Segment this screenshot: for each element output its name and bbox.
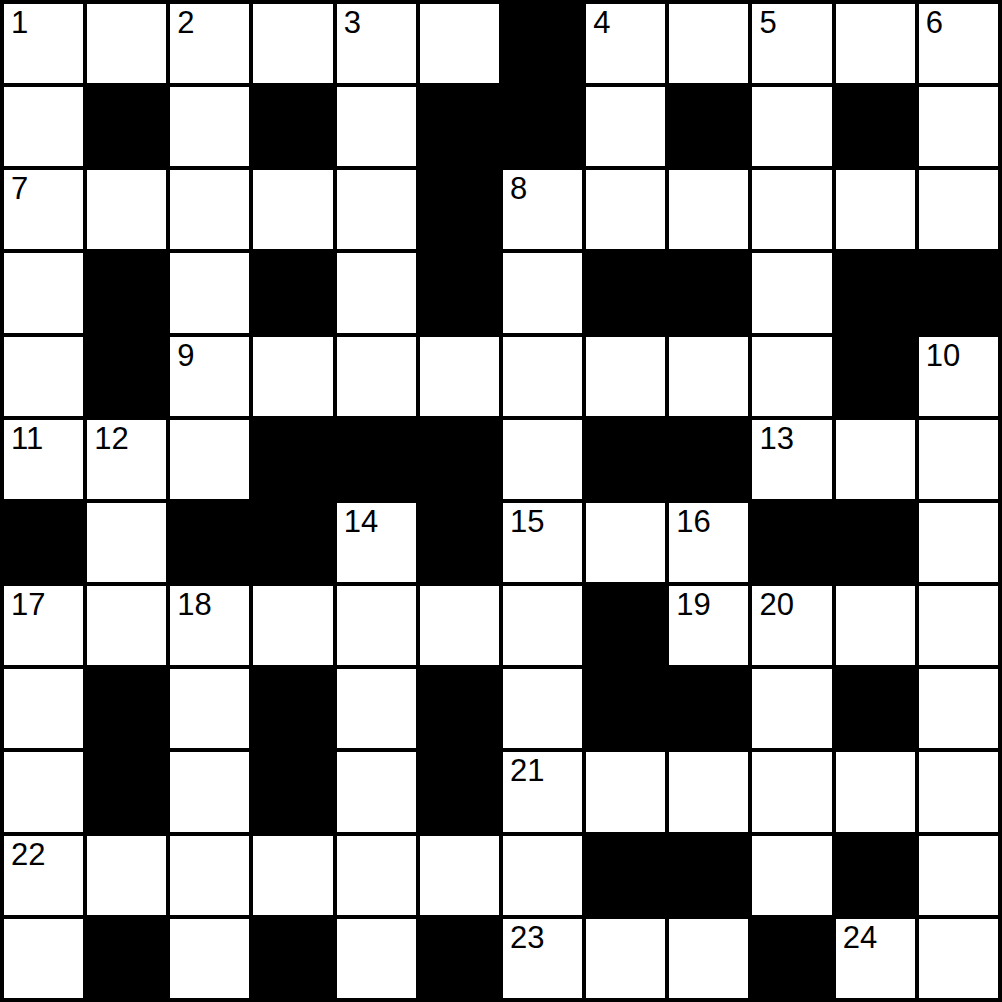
- block-r3c10: [836, 253, 915, 332]
- cell-r1c4[interactable]: [337, 87, 416, 166]
- block-r4c10: [836, 337, 915, 416]
- cell-r11c8[interactable]: [669, 919, 748, 998]
- cell-r3c6[interactable]: [503, 253, 582, 332]
- cell-r7c2[interactable]: 18: [170, 586, 249, 665]
- cell-r7c11[interactable]: [919, 586, 998, 665]
- block-r3c7: [586, 253, 665, 332]
- cell-r2c1[interactable]: [87, 170, 166, 249]
- cell-r3c2[interactable]: [170, 253, 249, 332]
- block-r1c1: [87, 87, 166, 166]
- block-r3c1: [87, 253, 166, 332]
- cell-r0c1[interactable]: [87, 4, 166, 83]
- cell-r0c7[interactable]: 4: [586, 4, 665, 83]
- cell-r5c10[interactable]: [836, 420, 915, 499]
- block-r10c10: [836, 836, 915, 915]
- block-r8c7: [586, 669, 665, 748]
- cell-r2c3[interactable]: [253, 170, 332, 249]
- cell-r7c0[interactable]: 17: [4, 586, 83, 665]
- cell-r8c11[interactable]: [919, 669, 998, 748]
- block-r3c5: [420, 253, 499, 332]
- cell-r3c0[interactable]: [4, 253, 83, 332]
- clue-number-9: 9: [177, 340, 194, 371]
- block-r9c1: [87, 752, 166, 831]
- clue-number-19: 19: [676, 589, 710, 620]
- cell-r10c5[interactable]: [420, 836, 499, 915]
- cell-r4c6[interactable]: [503, 337, 582, 416]
- block-r5c8: [669, 420, 748, 499]
- block-r5c5: [420, 420, 499, 499]
- block-r6c9: [752, 503, 831, 582]
- cell-r10c6[interactable]: [503, 836, 582, 915]
- cell-r11c7[interactable]: [586, 919, 665, 998]
- cell-r2c4[interactable]: [337, 170, 416, 249]
- clue-number-14: 14: [344, 506, 378, 537]
- clue-number-11: 11: [11, 423, 43, 454]
- cell-r1c9[interactable]: [752, 87, 831, 166]
- cell-r10c4[interactable]: [337, 836, 416, 915]
- cell-r8c0[interactable]: [4, 669, 83, 748]
- cell-r10c1[interactable]: [87, 836, 166, 915]
- block-r10c8: [669, 836, 748, 915]
- cell-r4c3[interactable]: [253, 337, 332, 416]
- block-r4c1: [87, 337, 166, 416]
- clue-number-2: 2: [177, 7, 194, 38]
- clue-number-16: 16: [676, 506, 710, 537]
- cell-r8c2[interactable]: [170, 669, 249, 748]
- cell-r7c1[interactable]: [87, 586, 166, 665]
- cell-r1c11[interactable]: [919, 87, 998, 166]
- cell-r9c6[interactable]: 21: [503, 752, 582, 831]
- cell-r5c2[interactable]: [170, 420, 249, 499]
- clue-number-8: 8: [510, 173, 527, 204]
- cell-r1c2[interactable]: [170, 87, 249, 166]
- cell-r0c8[interactable]: [669, 4, 748, 83]
- cell-r11c11[interactable]: [919, 919, 998, 998]
- cell-r10c0[interactable]: 22: [4, 836, 83, 915]
- cell-r11c10[interactable]: 24: [836, 919, 915, 998]
- cell-r7c4[interactable]: [337, 586, 416, 665]
- crossword-grid: 123456789101112131415161718192021222324: [0, 0, 1002, 1002]
- block-r1c8: [669, 87, 748, 166]
- cell-r0c3[interactable]: [253, 4, 332, 83]
- cell-r5c0[interactable]: 11: [4, 420, 83, 499]
- block-r10c7: [586, 836, 665, 915]
- block-r1c10: [836, 87, 915, 166]
- block-r11c5: [420, 919, 499, 998]
- block-r7c7: [586, 586, 665, 665]
- clue-number-18: 18: [177, 589, 211, 620]
- cell-r6c1[interactable]: [87, 503, 166, 582]
- clue-number-3: 3: [344, 7, 361, 38]
- block-r6c10: [836, 503, 915, 582]
- cell-r8c4[interactable]: [337, 669, 416, 748]
- block-r5c3: [253, 420, 332, 499]
- block-r2c5: [420, 170, 499, 249]
- block-r3c8: [669, 253, 748, 332]
- block-r0c6: [503, 4, 582, 83]
- block-r9c3: [253, 752, 332, 831]
- cell-r6c8[interactable]: 16: [669, 503, 748, 582]
- cell-r9c8[interactable]: [669, 752, 748, 831]
- block-r3c11: [919, 253, 998, 332]
- cell-r2c10[interactable]: [836, 170, 915, 249]
- cell-r2c8[interactable]: [669, 170, 748, 249]
- block-r6c2: [170, 503, 249, 582]
- cell-r10c3[interactable]: [253, 836, 332, 915]
- cell-r9c7[interactable]: [586, 752, 665, 831]
- cell-r5c6[interactable]: [503, 420, 582, 499]
- block-r11c9: [752, 919, 831, 998]
- cell-r6c11[interactable]: [919, 503, 998, 582]
- block-r6c0: [4, 503, 83, 582]
- clue-number-24: 24: [843, 922, 877, 953]
- block-r8c3: [253, 669, 332, 748]
- cell-r8c6[interactable]: [503, 669, 582, 748]
- cell-r4c5[interactable]: [420, 337, 499, 416]
- cell-r0c11[interactable]: 6: [919, 4, 998, 83]
- cell-r5c11[interactable]: [919, 420, 998, 499]
- cell-r4c0[interactable]: [4, 337, 83, 416]
- block-r9c5: [420, 752, 499, 831]
- cell-r9c2[interactable]: [170, 752, 249, 831]
- clue-number-21: 21: [510, 755, 544, 786]
- cell-r0c10[interactable]: [836, 4, 915, 83]
- cell-r11c6[interactable]: 23: [503, 919, 582, 998]
- cell-r11c4[interactable]: [337, 919, 416, 998]
- clue-number-23: 23: [510, 922, 544, 953]
- cell-r7c6[interactable]: [503, 586, 582, 665]
- cell-r3c4[interactable]: [337, 253, 416, 332]
- cell-r6c6[interactable]: 15: [503, 503, 582, 582]
- cell-r0c5[interactable]: [420, 4, 499, 83]
- block-r8c5: [420, 669, 499, 748]
- cell-r4c8[interactable]: [669, 337, 748, 416]
- cell-r9c4[interactable]: [337, 752, 416, 831]
- cell-r2c0[interactable]: 7: [4, 170, 83, 249]
- cell-r2c11[interactable]: [919, 170, 998, 249]
- cell-r7c3[interactable]: [253, 586, 332, 665]
- cell-r2c6[interactable]: 8: [503, 170, 582, 249]
- clue-number-17: 17: [11, 589, 45, 620]
- cell-r9c10[interactable]: [836, 752, 915, 831]
- cell-r11c2[interactable]: [170, 919, 249, 998]
- block-r1c3: [253, 87, 332, 166]
- block-r6c3: [253, 503, 332, 582]
- block-r8c8: [669, 669, 748, 748]
- cell-r7c10[interactable]: [836, 586, 915, 665]
- block-r5c7: [586, 420, 665, 499]
- cell-r9c9[interactable]: [752, 752, 831, 831]
- clue-number-7: 7: [11, 173, 28, 204]
- clue-number-1: 1: [11, 7, 28, 38]
- cell-r0c4[interactable]: 3: [337, 4, 416, 83]
- clue-number-4: 4: [593, 7, 610, 38]
- cell-r1c0[interactable]: [4, 87, 83, 166]
- block-r1c5: [420, 87, 499, 166]
- cell-r5c1[interactable]: 12: [87, 420, 166, 499]
- block-r3c3: [253, 253, 332, 332]
- block-r11c3: [253, 919, 332, 998]
- cell-r4c4[interactable]: [337, 337, 416, 416]
- clue-number-6: 6: [926, 7, 943, 38]
- cell-r11c0[interactable]: [4, 919, 83, 998]
- clue-number-5: 5: [759, 7, 776, 38]
- block-r6c5: [420, 503, 499, 582]
- cell-r10c9[interactable]: [752, 836, 831, 915]
- cell-r2c9[interactable]: [752, 170, 831, 249]
- cell-r1c7[interactable]: [586, 87, 665, 166]
- cell-r10c11[interactable]: [919, 836, 998, 915]
- cell-r0c0[interactable]: 1: [4, 4, 83, 83]
- cell-r8c9[interactable]: [752, 669, 831, 748]
- clue-number-13: 13: [759, 423, 793, 454]
- clue-number-12: 12: [94, 423, 128, 454]
- clue-number-10: 10: [926, 340, 960, 371]
- cell-r6c4[interactable]: 14: [337, 503, 416, 582]
- block-r11c1: [87, 919, 166, 998]
- cell-r9c11[interactable]: [919, 752, 998, 831]
- cell-r2c7[interactable]: [586, 170, 665, 249]
- cell-r7c9[interactable]: 20: [752, 586, 831, 665]
- cell-r4c2[interactable]: 9: [170, 337, 249, 416]
- clue-number-22: 22: [11, 839, 45, 870]
- cell-r4c11[interactable]: 10: [919, 337, 998, 416]
- cell-r6c7[interactable]: [586, 503, 665, 582]
- block-r8c1: [87, 669, 166, 748]
- block-r8c10: [836, 669, 915, 748]
- clue-number-15: 15: [510, 506, 544, 537]
- cell-r0c2[interactable]: 2: [170, 4, 249, 83]
- cell-r9c0[interactable]: [4, 752, 83, 831]
- cell-r10c2[interactable]: [170, 836, 249, 915]
- block-r1c6: [503, 87, 582, 166]
- block-r5c4: [337, 420, 416, 499]
- cell-r0c9[interactable]: 5: [752, 4, 831, 83]
- cell-r2c2[interactable]: [170, 170, 249, 249]
- cell-r4c7[interactable]: [586, 337, 665, 416]
- cell-r7c5[interactable]: [420, 586, 499, 665]
- cell-r7c8[interactable]: 19: [669, 586, 748, 665]
- cell-r5c9[interactable]: 13: [752, 420, 831, 499]
- cell-r3c9[interactable]: [752, 253, 831, 332]
- clue-number-20: 20: [759, 589, 793, 620]
- cell-r4c9[interactable]: [752, 337, 831, 416]
